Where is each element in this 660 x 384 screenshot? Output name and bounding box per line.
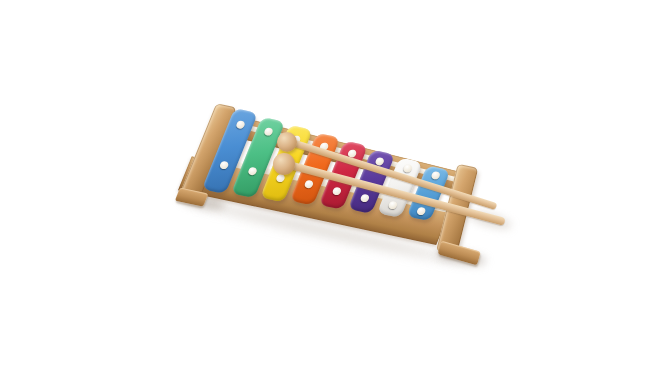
product-photo — [0, 0, 660, 384]
mallet-2-head — [273, 153, 295, 175]
mallet-1-head — [277, 132, 297, 152]
